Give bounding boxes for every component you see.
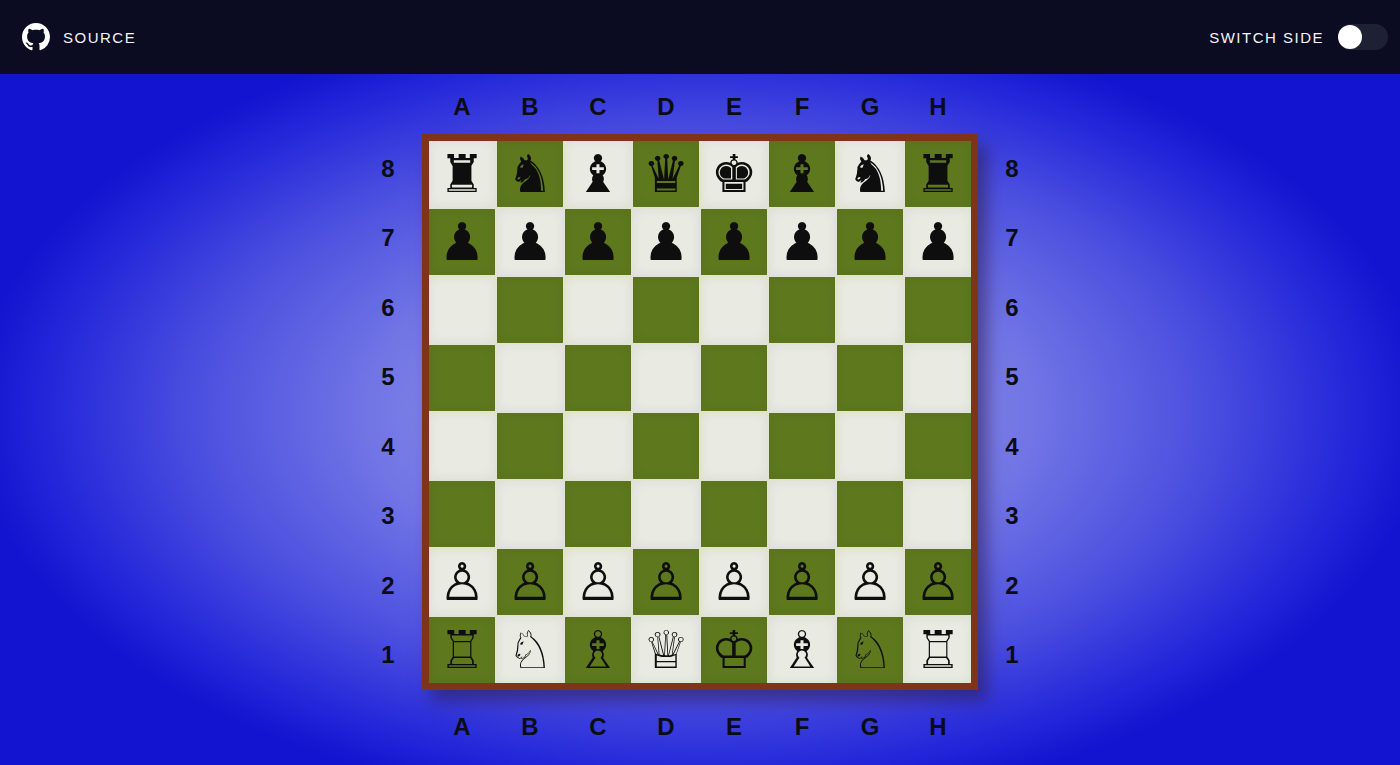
square-f1[interactable]: ♗ — [769, 617, 835, 683]
rank-label-5: 5 — [354, 343, 422, 413]
rank-label-5: 5 — [978, 343, 1046, 413]
white-pawn: ♙ — [439, 556, 486, 608]
square-a2[interactable]: ♙ — [429, 549, 495, 615]
toggle-knob — [1338, 25, 1362, 49]
square-g1[interactable]: ♘ — [837, 617, 903, 683]
switch-side-label: SWITCH SIDE — [1209, 29, 1324, 46]
rank-label-3: 3 — [978, 482, 1046, 552]
rank-label-2: 2 — [978, 551, 1046, 621]
square-a4[interactable] — [429, 413, 495, 479]
white-pawn: ♙ — [575, 556, 622, 608]
file-label-b: B — [497, 93, 563, 121]
file-label-e: E — [701, 713, 767, 741]
square-e5[interactable] — [701, 345, 767, 411]
black-pawn: ♟ — [779, 216, 826, 268]
square-h7[interactable]: ♟ — [905, 209, 971, 275]
square-b5[interactable] — [497, 345, 563, 411]
white-rook: ♖ — [439, 624, 486, 676]
rank-label-2: 2 — [354, 551, 422, 621]
square-b2[interactable]: ♙ — [497, 549, 563, 615]
square-d7[interactable]: ♟ — [633, 209, 699, 275]
file-label-f: F — [769, 93, 835, 121]
square-e7[interactable]: ♟ — [701, 209, 767, 275]
file-label-c: C — [565, 713, 631, 741]
square-a7[interactable]: ♟ — [429, 209, 495, 275]
white-bishop: ♗ — [575, 624, 622, 676]
square-g5[interactable] — [837, 345, 903, 411]
rank-labels-right: 87654321 — [978, 134, 1046, 690]
file-labels-bottom: ABCDEFGH — [420, 713, 980, 741]
square-d3[interactable] — [633, 481, 699, 547]
square-g3[interactable] — [837, 481, 903, 547]
navbar: SOURCE SWITCH SIDE — [0, 0, 1400, 74]
white-knight: ♘ — [847, 624, 894, 676]
black-bishop: ♝ — [575, 148, 622, 200]
file-label-d: D — [633, 93, 699, 121]
file-label-a: A — [429, 93, 495, 121]
source-link[interactable]: SOURCE — [63, 29, 136, 46]
square-g4[interactable] — [837, 413, 903, 479]
board-area: 87654321 ♜♞♝♛♚♝♞♜♟♟♟♟♟♟♟♟♙♙♙♙♙♙♙♙♖♘♗♕♔♗♘… — [354, 134, 1046, 690]
white-pawn: ♙ — [643, 556, 690, 608]
square-f5[interactable] — [769, 345, 835, 411]
white-pawn: ♙ — [507, 556, 554, 608]
square-a1[interactable]: ♖ — [429, 617, 495, 683]
square-h6[interactable] — [905, 277, 971, 343]
square-h3[interactable] — [905, 481, 971, 547]
black-rook: ♜ — [439, 148, 486, 200]
square-a5[interactable] — [429, 345, 495, 411]
rank-label-8: 8 — [354, 134, 422, 204]
black-rook: ♜ — [915, 148, 962, 200]
square-d5[interactable] — [633, 345, 699, 411]
square-d2[interactable]: ♙ — [633, 549, 699, 615]
black-pawn: ♟ — [439, 216, 486, 268]
black-pawn: ♟ — [711, 216, 758, 268]
file-label-a: A — [429, 713, 495, 741]
square-c7[interactable]: ♟ — [565, 209, 631, 275]
black-pawn: ♟ — [507, 216, 554, 268]
square-h8[interactable]: ♜ — [905, 141, 971, 207]
white-king: ♔ — [711, 624, 758, 676]
black-pawn: ♟ — [643, 216, 690, 268]
rank-label-3: 3 — [354, 482, 422, 552]
square-a6[interactable] — [429, 277, 495, 343]
rank-label-6: 6 — [978, 273, 1046, 343]
square-e6[interactable] — [701, 277, 767, 343]
white-pawn: ♙ — [711, 556, 758, 608]
square-b3[interactable] — [497, 481, 563, 547]
rank-label-7: 7 — [978, 204, 1046, 274]
white-pawn: ♙ — [915, 556, 962, 608]
black-pawn: ♟ — [847, 216, 894, 268]
black-bishop: ♝ — [779, 148, 826, 200]
square-f3[interactable] — [769, 481, 835, 547]
square-e2[interactable]: ♙ — [701, 549, 767, 615]
page-background: ABCDEFGH 87654321 ♜♞♝♛♚♝♞♜♟♟♟♟♟♟♟♟♙♙♙♙♙♙… — [0, 74, 1400, 765]
square-h4[interactable] — [905, 413, 971, 479]
square-b6[interactable] — [497, 277, 563, 343]
square-f8[interactable]: ♝ — [769, 141, 835, 207]
file-labels-top: ABCDEFGH — [420, 93, 980, 121]
square-e4[interactable] — [701, 413, 767, 479]
square-a8[interactable]: ♜ — [429, 141, 495, 207]
square-g6[interactable] — [837, 277, 903, 343]
square-d1[interactable]: ♕ — [633, 617, 699, 683]
square-e8[interactable]: ♚ — [701, 141, 767, 207]
switch-side-toggle[interactable] — [1338, 24, 1388, 50]
rank-label-1: 1 — [978, 621, 1046, 691]
white-queen: ♕ — [643, 624, 690, 676]
file-label-d: D — [633, 713, 699, 741]
navbar-right: SWITCH SIDE — [1209, 24, 1388, 50]
square-g2[interactable]: ♙ — [837, 549, 903, 615]
github-icon[interactable] — [22, 23, 50, 51]
white-pawn: ♙ — [847, 556, 894, 608]
square-e1[interactable]: ♔ — [701, 617, 767, 683]
black-pawn: ♟ — [575, 216, 622, 268]
square-d8[interactable]: ♛ — [633, 141, 699, 207]
square-f6[interactable] — [769, 277, 835, 343]
square-f7[interactable]: ♟ — [769, 209, 835, 275]
file-label-c: C — [565, 93, 631, 121]
square-c2[interactable]: ♙ — [565, 549, 631, 615]
white-knight: ♘ — [507, 624, 554, 676]
black-pawn: ♟ — [915, 216, 962, 268]
square-d6[interactable] — [633, 277, 699, 343]
black-knight: ♞ — [507, 148, 554, 200]
square-b4[interactable] — [497, 413, 563, 479]
square-c4[interactable] — [565, 413, 631, 479]
white-pawn: ♙ — [779, 556, 826, 608]
file-label-g: G — [837, 713, 903, 741]
square-f4[interactable] — [769, 413, 835, 479]
square-h2[interactable]: ♙ — [905, 549, 971, 615]
chess-board: ♜♞♝♛♚♝♞♜♟♟♟♟♟♟♟♟♙♙♙♙♙♙♙♙♖♘♗♕♔♗♘♖ — [422, 134, 978, 690]
file-label-b: B — [497, 713, 563, 741]
rank-label-4: 4 — [978, 412, 1046, 482]
navbar-left: SOURCE — [22, 23, 136, 51]
rank-label-4: 4 — [354, 412, 422, 482]
square-g8[interactable]: ♞ — [837, 141, 903, 207]
rank-label-8: 8 — [978, 134, 1046, 204]
square-d4[interactable] — [633, 413, 699, 479]
square-e3[interactable] — [701, 481, 767, 547]
file-label-e: E — [701, 93, 767, 121]
rank-label-6: 6 — [354, 273, 422, 343]
rank-label-1: 1 — [354, 621, 422, 691]
rank-label-7: 7 — [354, 204, 422, 274]
square-h1[interactable]: ♖ — [905, 617, 971, 683]
white-rook: ♖ — [915, 624, 962, 676]
square-f2[interactable]: ♙ — [769, 549, 835, 615]
square-c1[interactable]: ♗ — [565, 617, 631, 683]
file-label-h: H — [905, 93, 971, 121]
file-label-h: H — [905, 713, 971, 741]
file-label-g: G — [837, 93, 903, 121]
black-knight: ♞ — [847, 148, 894, 200]
square-b7[interactable]: ♟ — [497, 209, 563, 275]
black-king: ♚ — [711, 148, 758, 200]
square-h5[interactable] — [905, 345, 971, 411]
black-queen: ♛ — [643, 148, 690, 200]
square-b8[interactable]: ♞ — [497, 141, 563, 207]
file-label-f: F — [769, 713, 835, 741]
square-c8[interactable]: ♝ — [565, 141, 631, 207]
square-g7[interactable]: ♟ — [837, 209, 903, 275]
rank-labels-left: 87654321 — [354, 134, 422, 690]
square-c5[interactable] — [565, 345, 631, 411]
white-bishop: ♗ — [779, 624, 826, 676]
square-b1[interactable]: ♘ — [497, 617, 563, 683]
square-c6[interactable] — [565, 277, 631, 343]
square-a3[interactable] — [429, 481, 495, 547]
square-c3[interactable] — [565, 481, 631, 547]
